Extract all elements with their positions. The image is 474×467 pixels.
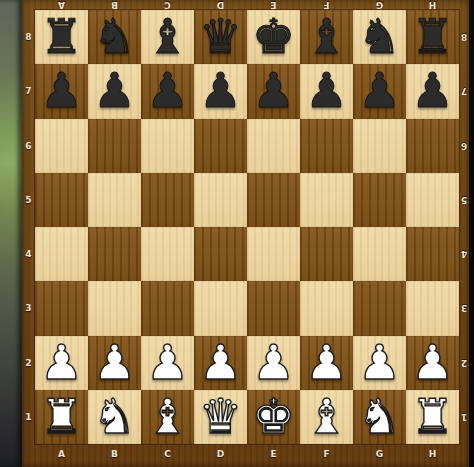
square-f7[interactable]: ♟ <box>300 64 353 118</box>
rank-label-1: 1 <box>22 390 35 444</box>
square-e6[interactable] <box>247 119 300 173</box>
rank-label-3: 3 <box>22 281 35 335</box>
chess-board: ♜♞♝♛♚♝♞♜♟♟♟♟♟♟♟♟♟♟♟♟♟♟♟♟♜♞♝♛♚♝♞♜ <box>35 10 459 444</box>
piece-black-knight[interactable]: ♞ <box>358 12 401 60</box>
square-g4[interactable] <box>353 227 406 281</box>
rank-label-8: 8 <box>459 10 469 64</box>
square-g6[interactable] <box>353 119 406 173</box>
chess-board-frame: ABCDEFGH ABCDEFGH 87654321 87654321 ♜♞♝♛… <box>22 0 469 467</box>
square-b7[interactable]: ♟ <box>88 64 141 118</box>
square-h6[interactable] <box>406 119 459 173</box>
file-label-c: C <box>141 444 194 467</box>
piece-white-pawn[interactable]: ♟ <box>199 338 242 386</box>
square-b4[interactable] <box>88 227 141 281</box>
rank-label-7: 7 <box>459 64 469 118</box>
rank-label-5: 5 <box>22 173 35 227</box>
file-label-a: A <box>35 444 88 467</box>
square-g1[interactable]: ♞ <box>353 390 406 444</box>
piece-white-pawn[interactable]: ♟ <box>411 338 454 386</box>
piece-white-pawn[interactable]: ♟ <box>146 338 189 386</box>
piece-white-rook[interactable]: ♜ <box>411 392 454 440</box>
rank-label-2: 2 <box>22 336 35 390</box>
piece-black-bishop[interactable]: ♝ <box>305 12 348 60</box>
square-c2[interactable]: ♟ <box>141 336 194 390</box>
square-e5[interactable] <box>247 173 300 227</box>
square-c8[interactable]: ♝ <box>141 10 194 64</box>
file-label-e: E <box>247 444 300 467</box>
piece-black-king[interactable]: ♚ <box>252 12 295 60</box>
square-g3[interactable] <box>353 281 406 335</box>
square-c3[interactable] <box>141 281 194 335</box>
background-right-strip <box>469 0 474 467</box>
square-g8[interactable]: ♞ <box>353 10 406 64</box>
square-a4[interactable] <box>35 227 88 281</box>
piece-black-pawn[interactable]: ♟ <box>199 66 242 114</box>
piece-white-bishop[interactable]: ♝ <box>146 392 189 440</box>
square-h1[interactable]: ♜ <box>406 390 459 444</box>
square-a6[interactable] <box>35 119 88 173</box>
piece-black-bishop[interactable]: ♝ <box>146 12 189 60</box>
piece-white-pawn[interactable]: ♟ <box>305 338 348 386</box>
square-c7[interactable]: ♟ <box>141 64 194 118</box>
piece-white-pawn[interactable]: ♟ <box>40 338 83 386</box>
square-h8[interactable]: ♜ <box>406 10 459 64</box>
rank-label-4: 4 <box>22 227 35 281</box>
square-b8[interactable]: ♞ <box>88 10 141 64</box>
square-h4[interactable] <box>406 227 459 281</box>
square-c1[interactable]: ♝ <box>141 390 194 444</box>
background-left-strip <box>0 0 22 467</box>
square-f2[interactable]: ♟ <box>300 336 353 390</box>
rank-label-8: 8 <box>22 10 35 64</box>
chess-app-view: ABCDEFGH ABCDEFGH 87654321 87654321 ♜♞♝♛… <box>0 0 474 467</box>
rank-label-3: 3 <box>459 281 469 335</box>
square-h3[interactable] <box>406 281 459 335</box>
file-label-g: G <box>353 444 406 467</box>
square-d3[interactable] <box>194 281 247 335</box>
piece-black-pawn[interactable]: ♟ <box>411 66 454 114</box>
square-d7[interactable]: ♟ <box>194 64 247 118</box>
square-b2[interactable]: ♟ <box>88 336 141 390</box>
square-f5[interactable] <box>300 173 353 227</box>
square-h2[interactable]: ♟ <box>406 336 459 390</box>
rank-label-6: 6 <box>459 119 469 173</box>
piece-white-pawn[interactable]: ♟ <box>358 338 401 386</box>
square-d8[interactable]: ♛ <box>194 10 247 64</box>
square-d6[interactable] <box>194 119 247 173</box>
square-e8[interactable]: ♚ <box>247 10 300 64</box>
piece-white-knight[interactable]: ♞ <box>358 392 401 440</box>
piece-white-queen[interactable]: ♛ <box>199 392 242 440</box>
square-a2[interactable]: ♟ <box>35 336 88 390</box>
square-a5[interactable] <box>35 173 88 227</box>
square-c4[interactable] <box>141 227 194 281</box>
square-e4[interactable] <box>247 227 300 281</box>
rank-label-2: 2 <box>459 336 469 390</box>
file-label-d: D <box>194 444 247 467</box>
square-f8[interactable]: ♝ <box>300 10 353 64</box>
square-c5[interactable] <box>141 173 194 227</box>
square-d4[interactable] <box>194 227 247 281</box>
piece-black-rook[interactable]: ♜ <box>40 12 83 60</box>
piece-black-pawn[interactable]: ♟ <box>252 66 295 114</box>
piece-black-knight[interactable]: ♞ <box>93 12 136 60</box>
square-f1[interactable]: ♝ <box>300 390 353 444</box>
piece-white-king[interactable]: ♚ <box>252 392 295 440</box>
square-g2[interactable]: ♟ <box>353 336 406 390</box>
square-g7[interactable]: ♟ <box>353 64 406 118</box>
square-b6[interactable] <box>88 119 141 173</box>
rank-label-4: 4 <box>459 227 469 281</box>
square-e3[interactable] <box>247 281 300 335</box>
rank-labels-left: 87654321 <box>22 10 35 444</box>
file-labels-bottom: ABCDEFGH <box>35 444 459 467</box>
file-label-b: B <box>88 444 141 467</box>
square-d2[interactable]: ♟ <box>194 336 247 390</box>
square-d5[interactable] <box>194 173 247 227</box>
square-f4[interactable] <box>300 227 353 281</box>
rank-label-1: 1 <box>459 390 469 444</box>
piece-white-pawn[interactable]: ♟ <box>252 338 295 386</box>
square-f3[interactable] <box>300 281 353 335</box>
piece-white-rook[interactable]: ♜ <box>40 392 83 440</box>
square-c6[interactable] <box>141 119 194 173</box>
square-h5[interactable] <box>406 173 459 227</box>
square-e7[interactable]: ♟ <box>247 64 300 118</box>
square-a3[interactable] <box>35 281 88 335</box>
piece-black-queen[interactable]: ♛ <box>199 12 242 60</box>
square-a8[interactable]: ♜ <box>35 10 88 64</box>
piece-black-pawn[interactable]: ♟ <box>146 66 189 114</box>
square-h7[interactable]: ♟ <box>406 64 459 118</box>
square-a1[interactable]: ♜ <box>35 390 88 444</box>
piece-white-bishop[interactable]: ♝ <box>305 392 348 440</box>
piece-white-knight[interactable]: ♞ <box>93 392 136 440</box>
square-b3[interactable] <box>88 281 141 335</box>
square-d1[interactable]: ♛ <box>194 390 247 444</box>
square-e1[interactable]: ♚ <box>247 390 300 444</box>
square-e2[interactable]: ♟ <box>247 336 300 390</box>
rank-labels-right: 87654321 <box>459 10 469 444</box>
square-b1[interactable]: ♞ <box>88 390 141 444</box>
rank-label-5: 5 <box>459 173 469 227</box>
square-g5[interactable] <box>353 173 406 227</box>
file-label-f: F <box>300 444 353 467</box>
piece-black-pawn[interactable]: ♟ <box>305 66 348 114</box>
square-a7[interactable]: ♟ <box>35 64 88 118</box>
piece-black-pawn[interactable]: ♟ <box>40 66 83 114</box>
piece-black-pawn[interactable]: ♟ <box>358 66 401 114</box>
square-b5[interactable] <box>88 173 141 227</box>
piece-black-pawn[interactable]: ♟ <box>93 66 136 114</box>
file-label-h: H <box>406 444 459 467</box>
square-f6[interactable] <box>300 119 353 173</box>
piece-white-pawn[interactable]: ♟ <box>93 338 136 386</box>
rank-label-7: 7 <box>22 64 35 118</box>
piece-black-rook[interactable]: ♜ <box>411 12 454 60</box>
rank-label-6: 6 <box>22 119 35 173</box>
